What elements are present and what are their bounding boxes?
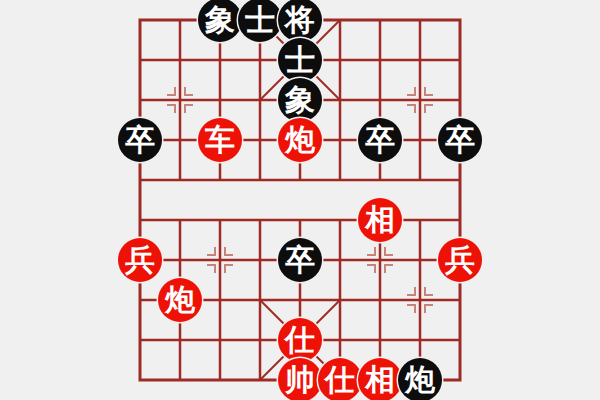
- piece-layer: 象士将士象卒车炮卒卒相兵卒兵炮仕帅仕相炮: [120, 0, 480, 400]
- piece-black-soldier[interactable]: 卒: [438, 118, 482, 162]
- piece-black-advisor[interactable]: 士: [238, 0, 282, 42]
- piece-red-soldier[interactable]: 兵: [438, 238, 482, 282]
- piece-black-soldier[interactable]: 卒: [278, 238, 322, 282]
- piece-black-elephant[interactable]: 象: [198, 0, 242, 42]
- piece-red-cannon[interactable]: 炮: [278, 118, 322, 162]
- piece-black-elephant[interactable]: 象: [278, 78, 322, 122]
- piece-red-advisor[interactable]: 仕: [278, 318, 322, 362]
- piece-red-elephant[interactable]: 相: [358, 358, 402, 400]
- piece-black-cannon[interactable]: 炮: [398, 358, 442, 400]
- piece-red-cannon[interactable]: 炮: [158, 278, 202, 322]
- piece-red-elephant[interactable]: 相: [358, 198, 402, 242]
- xiangqi-board: 象士将士象卒车炮卒卒相兵卒兵炮仕帅仕相炮: [0, 0, 600, 400]
- piece-red-chariot[interactable]: 车: [198, 118, 242, 162]
- piece-red-soldier[interactable]: 兵: [118, 238, 162, 282]
- piece-black-general[interactable]: 将: [278, 0, 322, 42]
- piece-red-advisor[interactable]: 仕: [318, 358, 362, 400]
- piece-black-soldier[interactable]: 卒: [358, 118, 402, 162]
- piece-black-soldier[interactable]: 卒: [118, 118, 162, 162]
- piece-black-advisor[interactable]: 士: [278, 38, 322, 82]
- piece-red-general[interactable]: 帅: [278, 358, 322, 400]
